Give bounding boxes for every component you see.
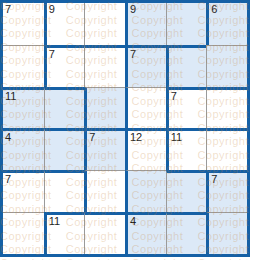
cell-r3c1[interactable]: [44, 128, 85, 170]
cell-r2c2[interactable]: [84, 87, 125, 129]
cell-r0c1[interactable]: 9: [44, 3, 85, 45]
cage-sum-label: 11: [171, 131, 182, 144]
killer-sudoku-screenshot: 79967711747121177114 Copyright Copyright…: [0, 0, 253, 260]
cell-r2c1[interactable]: [44, 87, 85, 129]
cage-sum-label: 11: [5, 90, 16, 103]
cage-sum-label: 11: [49, 215, 60, 228]
cage-sum-label: 7: [5, 3, 11, 16]
cage-sum-label: 4: [5, 131, 11, 144]
cage-sum-label: 7: [89, 131, 95, 144]
cell-r1c5[interactable]: [206, 45, 247, 87]
cage-sum-label: 6: [211, 3, 217, 16]
cage-sum-label: 12: [130, 131, 142, 144]
cell-r1c4[interactable]: [166, 45, 207, 87]
cell-r2c5[interactable]: [206, 87, 247, 129]
cage-sum-label: 7: [5, 173, 11, 186]
cell-r3c3[interactable]: 12: [125, 128, 166, 170]
cell-r5c0[interactable]: [3, 212, 44, 254]
cell-r0c3[interactable]: 9: [125, 3, 166, 45]
cell-r4c1[interactable]: [44, 170, 85, 212]
cage-sum-label: 9: [130, 3, 136, 16]
cell-r3c0[interactable]: 4: [3, 128, 44, 170]
cell-r4c0[interactable]: 7: [3, 170, 44, 212]
cell-r4c2[interactable]: [84, 170, 125, 212]
cell-r2c3[interactable]: [125, 87, 166, 129]
cell-r4c5[interactable]: 7: [206, 170, 247, 212]
cell-r5c2[interactable]: [84, 212, 125, 254]
cell-r3c5[interactable]: [206, 128, 247, 170]
cell-r1c2[interactable]: [84, 45, 125, 87]
cell-r1c0[interactable]: [3, 45, 44, 87]
cell-r1c3[interactable]: 7: [125, 45, 166, 87]
cell-r5c5[interactable]: [206, 212, 247, 254]
cell-r1c1[interactable]: 7: [44, 45, 85, 87]
cell-r4c4[interactable]: [166, 170, 207, 212]
cage-sum-label: 7: [211, 173, 217, 186]
cage-sum-label: 7: [49, 48, 55, 61]
cage-sum-label: 7: [130, 48, 136, 61]
cell-r3c4[interactable]: 11: [166, 128, 207, 170]
cell-r2c0[interactable]: 11: [3, 87, 44, 129]
cage-sum-label: 9: [49, 3, 55, 16]
cell-r3c2[interactable]: 7: [84, 128, 125, 170]
cell-r0c4[interactable]: [166, 3, 207, 45]
cage-sum-label: 7: [171, 90, 177, 103]
cell-r0c5[interactable]: 6: [206, 3, 247, 45]
cage-sum-label: 4: [130, 215, 136, 228]
cell-r5c3[interactable]: 4: [125, 212, 166, 254]
cell-r0c2[interactable]: [84, 3, 125, 45]
cell-r5c4[interactable]: [166, 212, 207, 254]
cell-r2c4[interactable]: 7: [166, 87, 207, 129]
cell-r5c1[interactable]: 11: [44, 212, 85, 254]
cell-r4c3[interactable]: [125, 170, 166, 212]
cell-r0c0[interactable]: 7: [3, 3, 44, 45]
killer-sudoku-board: 79967711747121177114: [0, 0, 250, 257]
